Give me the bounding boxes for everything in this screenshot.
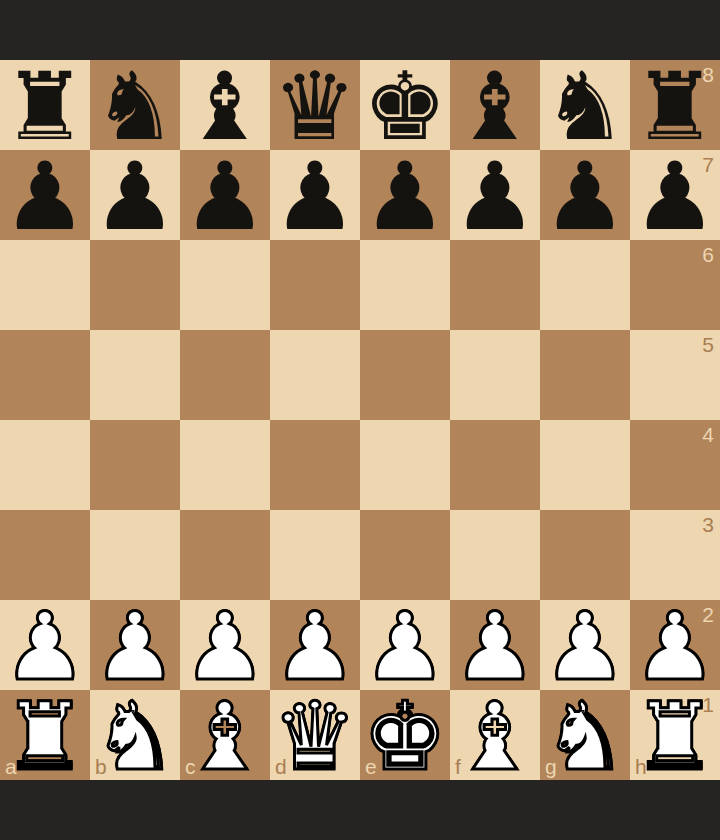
white-bishop-icon[interactable]: ♝: [450, 692, 540, 782]
black-queen-icon[interactable]: ♛: [270, 62, 360, 152]
black-rook-icon[interactable]: ♜: [630, 62, 720, 152]
white-pawn-icon[interactable]: ♟: [630, 602, 720, 692]
black-rook-icon[interactable]: ♜: [0, 62, 90, 152]
black-king-icon[interactable]: ♚: [360, 62, 450, 152]
white-pawn-icon[interactable]: ♟: [270, 602, 360, 692]
white-pawn-icon[interactable]: ♟: [360, 602, 450, 692]
square-b7[interactable]: ♟: [90, 150, 180, 240]
square-h7[interactable]: ♟7: [630, 150, 720, 240]
square-a3[interactable]: [0, 510, 90, 600]
white-pawn-icon[interactable]: ♟: [540, 602, 630, 692]
white-knight-icon[interactable]: ♞: [90, 692, 180, 782]
square-e6[interactable]: [360, 240, 450, 330]
square-c6[interactable]: [180, 240, 270, 330]
square-d1[interactable]: ♛d: [270, 690, 360, 780]
black-pawn-icon[interactable]: ♟: [180, 152, 270, 242]
square-b6[interactable]: [90, 240, 180, 330]
square-g7[interactable]: ♟: [540, 150, 630, 240]
square-b4[interactable]: [90, 420, 180, 510]
black-pawn-icon[interactable]: ♟: [90, 152, 180, 242]
square-b5[interactable]: [90, 330, 180, 420]
white-pawn-icon[interactable]: ♟: [180, 602, 270, 692]
square-d6[interactable]: [270, 240, 360, 330]
square-h8[interactable]: ♜8: [630, 60, 720, 150]
square-h3[interactable]: 3: [630, 510, 720, 600]
rank-label-4: 4: [702, 424, 714, 445]
white-rook-icon[interactable]: ♜: [0, 692, 90, 782]
square-g6[interactable]: [540, 240, 630, 330]
square-a6[interactable]: [0, 240, 90, 330]
black-pawn-icon[interactable]: ♟: [540, 152, 630, 242]
square-c5[interactable]: [180, 330, 270, 420]
black-bishop-icon[interactable]: ♝: [180, 62, 270, 152]
chess-app-background: ♜♞♝♛♚♝♞♜8♟♟♟♟♟♟♟♟76543♟♟♟♟♟♟♟♟2♜a♞b♝c♛d♚…: [0, 0, 720, 840]
square-d8[interactable]: ♛: [270, 60, 360, 150]
square-c7[interactable]: ♟: [180, 150, 270, 240]
square-e7[interactable]: ♟: [360, 150, 450, 240]
square-g4[interactable]: [540, 420, 630, 510]
square-e2[interactable]: ♟: [360, 600, 450, 690]
square-a1[interactable]: ♜a: [0, 690, 90, 780]
black-pawn-icon[interactable]: ♟: [270, 152, 360, 242]
square-h5[interactable]: 5: [630, 330, 720, 420]
square-c3[interactable]: [180, 510, 270, 600]
square-e1[interactable]: ♚e: [360, 690, 450, 780]
white-bishop-icon[interactable]: ♝: [180, 692, 270, 782]
square-e3[interactable]: [360, 510, 450, 600]
square-h6[interactable]: 6: [630, 240, 720, 330]
square-g1[interactable]: ♞g: [540, 690, 630, 780]
square-b2[interactable]: ♟: [90, 600, 180, 690]
white-king-icon[interactable]: ♚: [360, 692, 450, 782]
square-a8[interactable]: ♜: [0, 60, 90, 150]
square-d7[interactable]: ♟: [270, 150, 360, 240]
square-b3[interactable]: [90, 510, 180, 600]
black-bishop-icon[interactable]: ♝: [450, 62, 540, 152]
square-f2[interactable]: ♟: [450, 600, 540, 690]
chess-board: ♜♞♝♛♚♝♞♜8♟♟♟♟♟♟♟♟76543♟♟♟♟♟♟♟♟2♜a♞b♝c♛d♚…: [0, 60, 720, 780]
square-h4[interactable]: 4: [630, 420, 720, 510]
rank-label-3: 3: [702, 514, 714, 535]
rank-label-5: 5: [702, 334, 714, 355]
square-f1[interactable]: ♝f: [450, 690, 540, 780]
square-f8[interactable]: ♝: [450, 60, 540, 150]
square-c2[interactable]: ♟: [180, 600, 270, 690]
square-f6[interactable]: [450, 240, 540, 330]
square-d3[interactable]: [270, 510, 360, 600]
square-c4[interactable]: [180, 420, 270, 510]
square-c1[interactable]: ♝c: [180, 690, 270, 780]
square-e5[interactable]: [360, 330, 450, 420]
square-a5[interactable]: [0, 330, 90, 420]
square-e8[interactable]: ♚: [360, 60, 450, 150]
white-pawn-icon[interactable]: ♟: [0, 602, 90, 692]
square-f3[interactable]: [450, 510, 540, 600]
black-pawn-icon[interactable]: ♟: [0, 152, 90, 242]
black-knight-icon[interactable]: ♞: [540, 62, 630, 152]
white-pawn-icon[interactable]: ♟: [450, 602, 540, 692]
white-knight-icon[interactable]: ♞: [540, 692, 630, 782]
black-knight-icon[interactable]: ♞: [90, 62, 180, 152]
square-h1[interactable]: ♜1h: [630, 690, 720, 780]
white-queen-icon[interactable]: ♛: [270, 692, 360, 782]
square-f5[interactable]: [450, 330, 540, 420]
square-g5[interactable]: [540, 330, 630, 420]
square-d5[interactable]: [270, 330, 360, 420]
square-f7[interactable]: ♟: [450, 150, 540, 240]
square-e4[interactable]: [360, 420, 450, 510]
black-pawn-icon[interactable]: ♟: [630, 152, 720, 242]
rank-label-6: 6: [702, 244, 714, 265]
square-d4[interactable]: [270, 420, 360, 510]
white-rook-icon[interactable]: ♜: [630, 692, 720, 782]
white-pawn-icon[interactable]: ♟: [90, 602, 180, 692]
black-pawn-icon[interactable]: ♟: [360, 152, 450, 242]
square-g2[interactable]: ♟: [540, 600, 630, 690]
square-a2[interactable]: ♟: [0, 600, 90, 690]
square-g3[interactable]: [540, 510, 630, 600]
square-a7[interactable]: ♟: [0, 150, 90, 240]
square-a4[interactable]: [0, 420, 90, 510]
square-d2[interactable]: ♟: [270, 600, 360, 690]
black-pawn-icon[interactable]: ♟: [450, 152, 540, 242]
square-b8[interactable]: ♞: [90, 60, 180, 150]
square-h2[interactable]: ♟2: [630, 600, 720, 690]
square-c8[interactable]: ♝: [180, 60, 270, 150]
square-g8[interactable]: ♞: [540, 60, 630, 150]
square-b1[interactable]: ♞b: [90, 690, 180, 780]
square-f4[interactable]: [450, 420, 540, 510]
